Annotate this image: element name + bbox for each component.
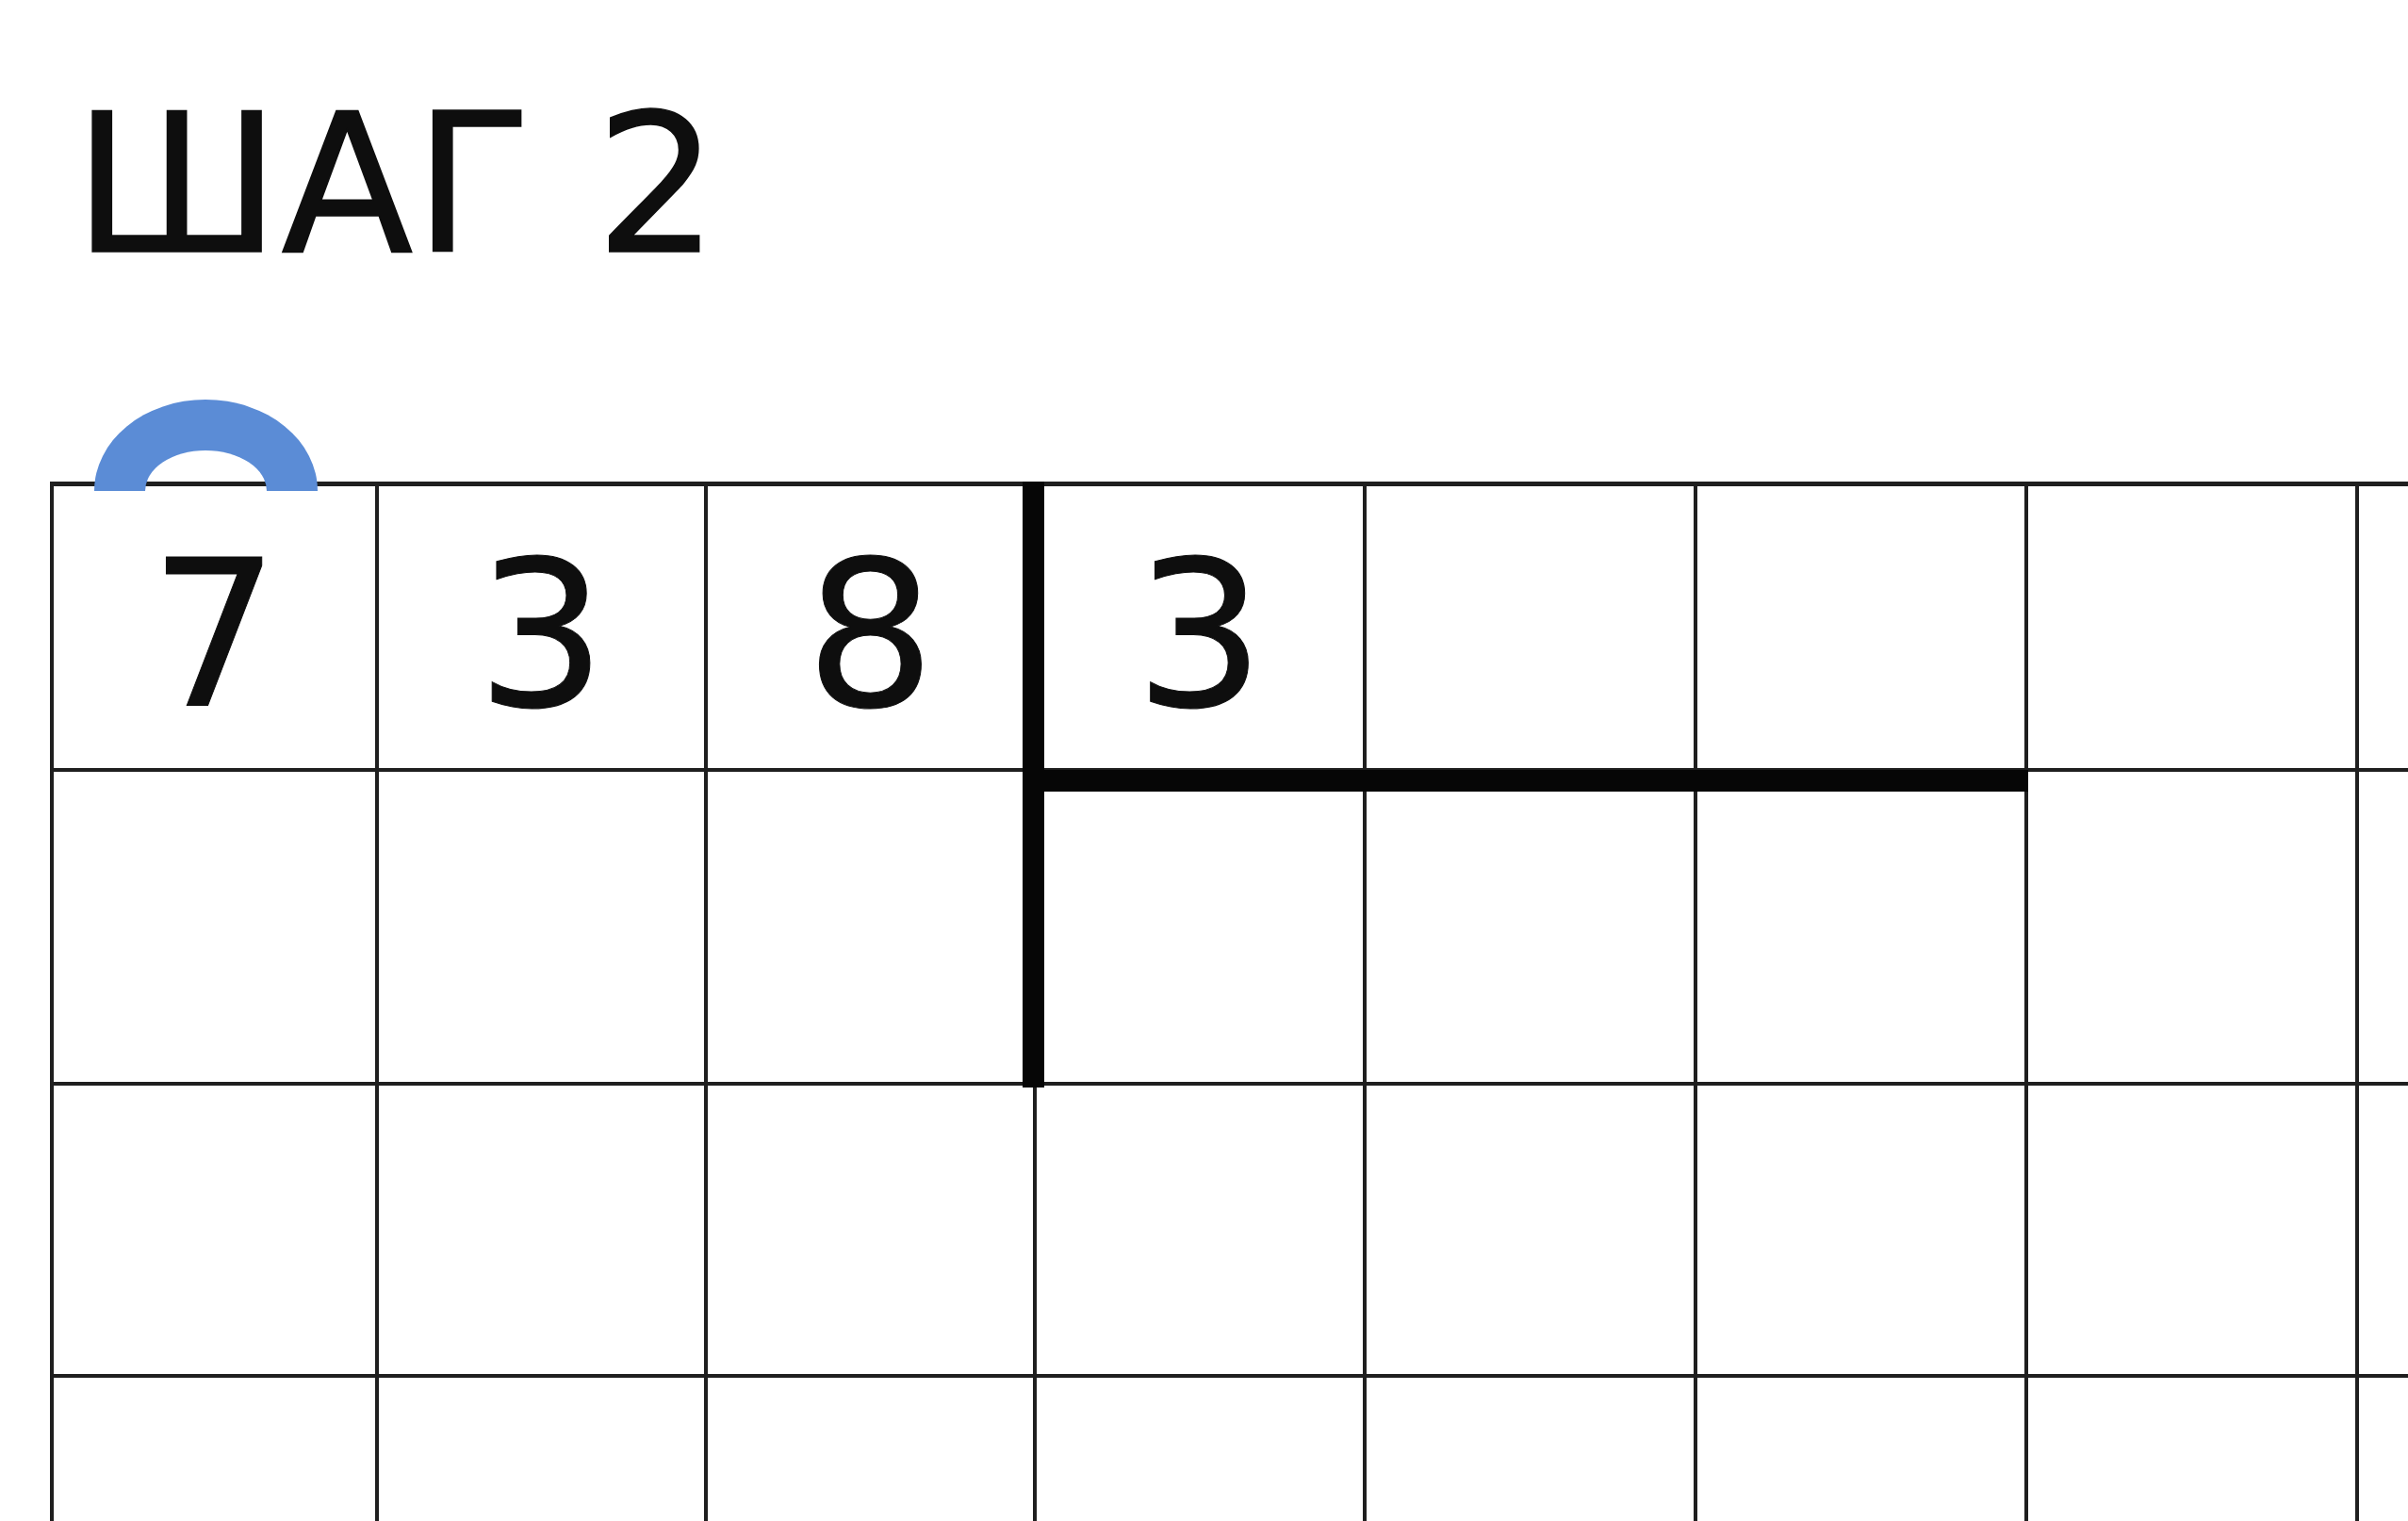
cell-r1c4: 3 [1037, 486, 1367, 772]
division-grid: 7383 [50, 482, 2408, 1521]
cell-r1c2: 3 [379, 486, 708, 772]
digit: 7 [150, 534, 279, 738]
cell-r2c8 [2359, 772, 2408, 1086]
cell-r4c3 [708, 1378, 1037, 1521]
cell-r2c3 [708, 772, 1037, 1086]
cell-r4c4 [1037, 1378, 1367, 1521]
step-title: ШАГ 2 [74, 89, 719, 282]
digit: 3 [1135, 534, 1264, 738]
cell-r2c4 [1037, 772, 1367, 1086]
cell-r4c1 [54, 1378, 379, 1521]
cell-r1c8 [2359, 486, 2408, 772]
cell-r4c7 [2028, 1378, 2359, 1521]
digit: 8 [806, 534, 935, 738]
cell-r2c7 [2028, 772, 2359, 1086]
cell-r4c8 [2359, 1378, 2408, 1521]
cell-r1c3: 8 [708, 486, 1037, 772]
cell-r3c1 [54, 1086, 379, 1378]
cell-r4c2 [379, 1378, 708, 1521]
division-corner-horizontal-bar [1023, 770, 2028, 792]
cell-r4c6 [1697, 1378, 2028, 1521]
cell-r3c5 [1367, 1086, 1697, 1378]
cell-r3c7 [2028, 1086, 2359, 1378]
worksheet: ШАГ 2 7383 [0, 0, 2408, 1521]
cell-r3c4 [1037, 1086, 1367, 1378]
digit: 3 [477, 534, 606, 738]
cell-r1c7 [2028, 486, 2359, 772]
cell-r1c6 [1697, 486, 2028, 772]
cell-r2c2 [379, 772, 708, 1086]
cell-r1c1: 7 [54, 486, 379, 772]
cell-r4c5 [1367, 1378, 1697, 1521]
cell-r3c6 [1697, 1086, 2028, 1378]
first-digit-highlight-arc [94, 400, 318, 491]
cell-r3c3 [708, 1086, 1037, 1378]
cell-r2c6 [1697, 772, 2028, 1086]
cell-r2c5 [1367, 772, 1697, 1086]
cell-r3c2 [379, 1086, 708, 1378]
cell-r1c5 [1367, 486, 1697, 772]
cell-r3c8 [2359, 1086, 2408, 1378]
cell-r2c1 [54, 772, 379, 1086]
